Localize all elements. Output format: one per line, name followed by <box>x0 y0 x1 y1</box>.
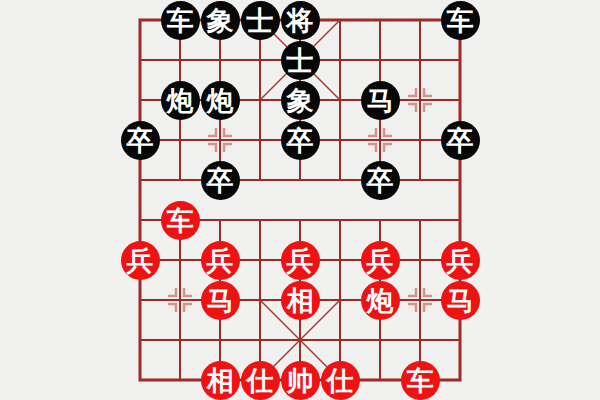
xiangqi-app: 车象士将车士炮炮象马卒卒卒卒卒车兵兵兵兵兵马相炮马相仕帅仕车 <box>0 0 600 400</box>
piece-red-soldier[interactable]: 兵 <box>361 241 400 280</box>
piece-black-soldier[interactable]: 卒 <box>121 121 160 160</box>
piece-red-advisor[interactable]: 仕 <box>241 361 280 400</box>
piece-red-elephant[interactable]: 相 <box>201 361 240 400</box>
piece-black-soldier[interactable]: 卒 <box>441 121 480 160</box>
piece-red-advisor[interactable]: 仕 <box>321 361 360 400</box>
piece-red-cannon[interactable]: 炮 <box>361 281 400 320</box>
piece-black-chariot[interactable]: 车 <box>441 1 480 40</box>
piece-black-soldier[interactable]: 卒 <box>361 161 400 200</box>
piece-black-horse[interactable]: 马 <box>361 81 400 120</box>
piece-red-horse[interactable]: 马 <box>441 281 480 320</box>
piece-red-soldier[interactable]: 兵 <box>281 241 320 280</box>
piece-black-general[interactable]: 将 <box>281 1 320 40</box>
piece-black-cannon[interactable]: 炮 <box>201 81 240 120</box>
piece-black-advisor[interactable]: 士 <box>241 1 280 40</box>
piece-red-soldier[interactable]: 兵 <box>201 241 240 280</box>
piece-black-soldier[interactable]: 卒 <box>201 161 240 200</box>
piece-red-soldier[interactable]: 兵 <box>121 241 160 280</box>
piece-black-elephant[interactable]: 象 <box>201 1 240 40</box>
piece-black-cannon[interactable]: 炮 <box>161 81 200 120</box>
piece-black-advisor[interactable]: 士 <box>281 41 320 80</box>
piece-black-chariot[interactable]: 车 <box>161 1 200 40</box>
piece-red-soldier[interactable]: 兵 <box>441 241 480 280</box>
piece-red-chariot[interactable]: 车 <box>401 361 440 400</box>
piece-red-horse[interactable]: 马 <box>201 281 240 320</box>
piece-red-elephant[interactable]: 相 <box>281 281 320 320</box>
piece-red-general[interactable]: 帅 <box>281 361 320 400</box>
piece-black-soldier[interactable]: 卒 <box>281 121 320 160</box>
piece-red-chariot[interactable]: 车 <box>161 201 200 240</box>
xiangqi-board[interactable]: 车象士将车士炮炮象马卒卒卒卒卒车兵兵兵兵兵马相炮马相仕帅仕车 <box>120 0 480 400</box>
piece-black-elephant[interactable]: 象 <box>281 81 320 120</box>
